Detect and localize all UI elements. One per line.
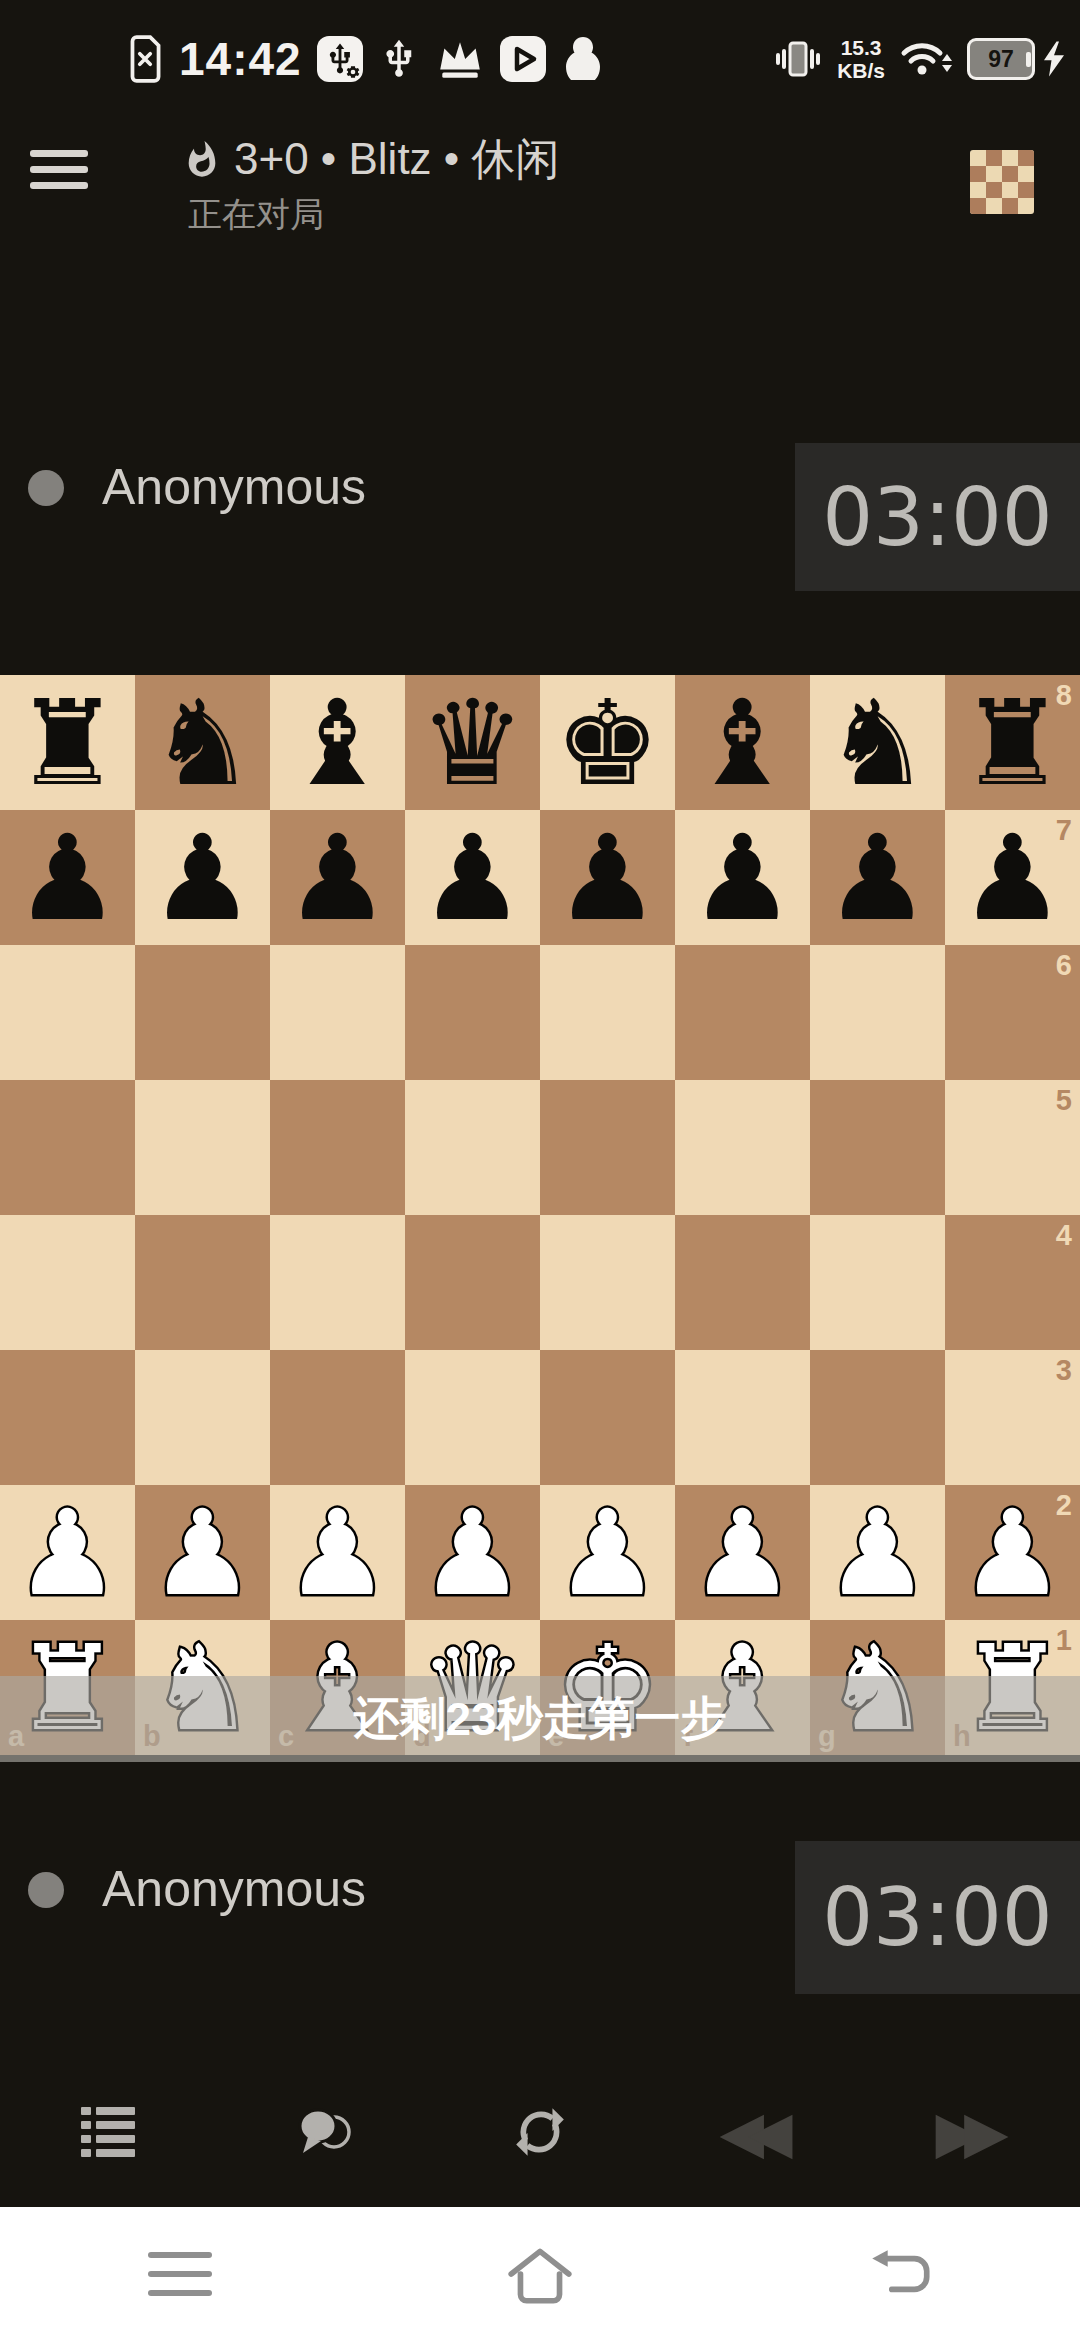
clock-top-time: 03:00 — [822, 471, 1053, 564]
usb-icon — [378, 36, 420, 82]
piece-black-q[interactable]: ♛ — [405, 675, 540, 810]
piece-black-b[interactable]: ♝ — [270, 675, 405, 810]
square-g7[interactable]: ♟ — [810, 810, 945, 945]
square-e4[interactable] — [540, 1215, 675, 1350]
square-f3[interactable] — [675, 1350, 810, 1485]
square-g3[interactable] — [810, 1350, 945, 1485]
square-b6[interactable] — [135, 945, 270, 1080]
square-d3[interactable] — [405, 1350, 540, 1485]
piece-black-p[interactable]: ♟ — [135, 810, 270, 945]
menu-bar — [30, 182, 88, 189]
square-e7[interactable]: ♟ — [540, 810, 675, 945]
piece-black-p[interactable]: ♟ — [270, 810, 405, 945]
menu-button[interactable] — [30, 150, 88, 189]
square-e6[interactable] — [540, 945, 675, 1080]
screen: 14:42 15.3 KB/s — [0, 0, 1080, 2340]
square-b4[interactable] — [135, 1215, 270, 1350]
piece-black-b[interactable]: ♝ — [675, 675, 810, 810]
square-h2[interactable]: ♟2 — [945, 1485, 1080, 1620]
square-h4[interactable]: 4 — [945, 1215, 1080, 1350]
square-f5[interactable] — [675, 1080, 810, 1215]
square-b7[interactable]: ♟ — [135, 810, 270, 945]
charging-bolt-icon — [1044, 41, 1064, 77]
square-c8[interactable]: ♝ — [270, 675, 405, 810]
square-e2[interactable]: ♟ — [540, 1485, 675, 1620]
flame-icon — [182, 137, 222, 183]
list-icon — [80, 2104, 136, 2160]
rank-label-1: 1 — [1056, 1624, 1072, 1657]
square-f6[interactable] — [675, 945, 810, 1080]
piece-white-p[interactable]: ♟ — [675, 1485, 810, 1620]
toast-prefix: 还剩 — [353, 1688, 445, 1750]
rewind-icon: ◀◀ — [719, 2103, 792, 2161]
square-e3[interactable] — [540, 1350, 675, 1485]
android-back-button[interactable] — [863, 2243, 937, 2305]
square-c2[interactable]: ♟ — [270, 1485, 405, 1620]
clock-top: 03:00 — [795, 443, 1080, 591]
player-color-dot-top — [28, 470, 64, 506]
net-speed-value: 15.3 — [841, 36, 882, 59]
square-a4[interactable] — [0, 1215, 135, 1350]
vibrate-icon — [772, 36, 824, 82]
battery-percent: 97 — [988, 46, 1014, 73]
android-navbar — [0, 2207, 1080, 2340]
piece-white-p[interactable]: ♟ — [405, 1485, 540, 1620]
square-h7[interactable]: ♟7 — [945, 810, 1080, 945]
square-c4[interactable] — [270, 1215, 405, 1350]
square-d4[interactable] — [405, 1215, 540, 1350]
piece-white-p[interactable]: ♟ — [810, 1485, 945, 1620]
piece-black-p[interactable]: ♟ — [405, 810, 540, 945]
player-name-bottom: Anonymous — [102, 1860, 366, 1918]
first-move-toast: 还剩23秒走第一步 — [0, 1676, 1080, 1762]
square-c3[interactable] — [270, 1350, 405, 1485]
game-status-subtitle: 正在对局 — [188, 192, 324, 238]
piece-black-k[interactable]: ♚ — [540, 675, 675, 810]
android-menu-button[interactable] — [148, 2252, 212, 2296]
battery-cap — [1026, 52, 1031, 67]
video-play-icon — [500, 36, 546, 82]
square-a7[interactable]: ♟ — [0, 810, 135, 945]
square-f2[interactable]: ♟ — [675, 1485, 810, 1620]
piece-black-p[interactable]: ♟ — [675, 810, 810, 945]
square-a2[interactable]: ♟ — [0, 1485, 135, 1620]
clock-bottom: 03:00 — [795, 1841, 1080, 1994]
square-a6[interactable] — [0, 945, 135, 1080]
piece-white-p[interactable]: ♟ — [0, 1485, 135, 1620]
square-h6[interactable]: 6 — [945, 945, 1080, 1080]
square-d7[interactable]: ♟ — [405, 810, 540, 945]
rank-label-5: 5 — [1056, 1084, 1072, 1117]
square-g2[interactable]: ♟ — [810, 1485, 945, 1620]
square-c7[interactable]: ♟ — [270, 810, 405, 945]
square-h5[interactable]: 5 — [945, 1080, 1080, 1215]
square-e5[interactable] — [540, 1080, 675, 1215]
square-f8[interactable]: ♝ — [675, 675, 810, 810]
network-speed: 15.3 KB/s — [837, 36, 885, 82]
square-a3[interactable] — [0, 1350, 135, 1485]
status-time: 14:42 — [179, 32, 302, 86]
net-speed-unit: KB/s — [837, 59, 885, 82]
square-e8[interactable]: ♚ — [540, 675, 675, 810]
menu-bar — [148, 2271, 212, 2277]
chat-icon — [294, 2104, 354, 2160]
square-a8[interactable]: ♜ — [0, 675, 135, 810]
game-toolbar: ◀◀ ▶▶ — [0, 2082, 1080, 2182]
statusbar-left: 14:42 — [126, 32, 605, 86]
menu-bar — [30, 166, 88, 173]
game-title-row: 3+0 • Blitz • 休闲 — [182, 130, 559, 189]
piece-black-p[interactable]: ♟ — [810, 810, 945, 945]
rank-label-3: 3 — [1056, 1354, 1072, 1387]
square-f4[interactable] — [675, 1215, 810, 1350]
wifi-icon — [898, 36, 954, 82]
rank-label-6: 6 — [1056, 949, 1072, 982]
piece-black-r[interactable]: ♜ — [0, 675, 135, 810]
clock-bottom-time: 03:00 — [822, 1871, 1053, 1964]
menu-bar — [30, 150, 88, 157]
piece-black-n[interactable]: ♞ — [135, 675, 270, 810]
rank-label-4: 4 — [1056, 1219, 1072, 1252]
battery-icon: 97 — [967, 38, 1035, 80]
piece-black-p[interactable]: ♟ — [0, 810, 135, 945]
square-c6[interactable] — [270, 945, 405, 1080]
piece-white-p[interactable]: ♟ — [540, 1485, 675, 1620]
battery-indicator: 97 — [967, 38, 1031, 80]
square-g5[interactable] — [810, 1080, 945, 1215]
flip-board-button[interactable] — [432, 2082, 648, 2182]
piece-black-n[interactable]: ♞ — [810, 675, 945, 810]
statusbar-right: 15.3 KB/s 97 — [772, 32, 1064, 86]
player-color-dot-bottom — [28, 1872, 64, 1908]
forward-icon: ▶▶ — [935, 2103, 1008, 2161]
penguin-icon — [561, 35, 605, 83]
square-h8[interactable]: ♜8 — [945, 675, 1080, 810]
rewind-button[interactable]: ◀◀ — [648, 2082, 864, 2182]
toast-suffix: 秒走第一步 — [497, 1688, 727, 1750]
square-g8[interactable]: ♞ — [810, 675, 945, 810]
android-home-button[interactable] — [503, 2241, 577, 2307]
square-d2[interactable]: ♟ — [405, 1485, 540, 1620]
menu-bar — [148, 2252, 212, 2258]
square-b3[interactable] — [135, 1350, 270, 1485]
piece-white-p[interactable]: ♟ — [270, 1485, 405, 1620]
piece-black-p[interactable]: ♟ — [540, 810, 675, 945]
square-a5[interactable] — [0, 1080, 135, 1215]
square-d6[interactable] — [405, 945, 540, 1080]
square-d5[interactable] — [405, 1080, 540, 1215]
square-b8[interactable]: ♞ — [135, 675, 270, 810]
square-b5[interactable] — [135, 1080, 270, 1215]
square-g4[interactable] — [810, 1215, 945, 1350]
rank-label-8: 8 — [1056, 679, 1072, 712]
chat-button[interactable] — [216, 2082, 432, 2182]
moves-list-button[interactable] — [0, 2082, 216, 2182]
crown-icon — [435, 37, 485, 81]
player-name-top: Anonymous — [102, 458, 366, 516]
rank-label-7: 7 — [1056, 814, 1072, 847]
chess-board: ♜♞♝♛♚♝♞♜8♟♟♟♟♟♟♟♟76543♟♟♟♟♟♟♟♟2♜a♞b♝c♛d♚… — [0, 675, 1080, 1755]
forward-button[interactable]: ▶▶ — [864, 2082, 1080, 2182]
usb-settings-icon — [317, 36, 363, 82]
square-g6[interactable] — [810, 945, 945, 1080]
square-f7[interactable]: ♟ — [675, 810, 810, 945]
rank-label-2: 2 — [1056, 1489, 1072, 1522]
square-h3[interactable]: 3 — [945, 1350, 1080, 1485]
piece-white-p[interactable]: ♟ — [135, 1485, 270, 1620]
square-c5[interactable] — [270, 1080, 405, 1215]
page-title: 3+0 • Blitz • 休闲 — [234, 130, 559, 189]
square-d8[interactable]: ♛ — [405, 675, 540, 810]
square-b2[interactable]: ♟ — [135, 1485, 270, 1620]
mini-chessboard-icon[interactable] — [970, 150, 1034, 214]
menu-bar — [148, 2290, 212, 2296]
file-alert-icon — [126, 35, 164, 83]
flip-board-icon — [511, 2103, 569, 2161]
toast-seconds: 23 — [445, 1692, 496, 1746]
